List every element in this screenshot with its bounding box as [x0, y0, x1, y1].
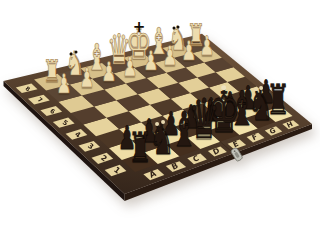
knight-ear-dark-tip	[70, 52, 73, 55]
white-pawn[interactable]: ♟	[163, 43, 178, 70]
knight-ear-light-tip	[161, 120, 165, 124]
white-pawn[interactable]: ♟	[200, 33, 215, 60]
knight-ear-dark-tip	[177, 25, 180, 28]
white-pawn[interactable]: ♟	[143, 48, 158, 75]
white-king-dark-cross: +	[133, 20, 146, 35]
white-pawn[interactable]: ♟	[102, 59, 117, 86]
white-pawn[interactable]: ♟	[56, 71, 71, 98]
white-pawn[interactable]: ♟	[123, 54, 138, 81]
black-king-light-knob	[221, 85, 227, 91]
chess-set-photo: ABCDEFGH12345678 ♜♞♝♚+♛♝♞♜♟♟♟♟♟♟♟♟♟♟♟♟♟♟…	[0, 0, 320, 235]
white-pawn[interactable]: ♟	[182, 38, 197, 65]
pieces-layer: ♜♞♝♚+♛♝♞♜♟♟♟♟♟♟♟♟♟♟♟♟♟♟♟♟♜♞♝♚♛♝♞♜	[0, 0, 320, 235]
knight-ear-light-tip	[155, 122, 159, 126]
white-pawn[interactable]: ♟	[79, 65, 94, 92]
black-rook[interactable]: ♜	[128, 127, 152, 168]
knight-ear-dark-tip	[172, 26, 175, 29]
knight-ear-light-tip	[259, 86, 263, 90]
knight-ear-dark-tip	[74, 51, 77, 54]
